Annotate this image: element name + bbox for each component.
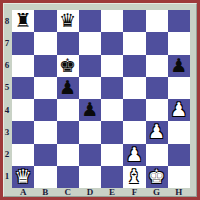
- chess-diagram: 87654321 ♜♛♚♟♟♟♟♟♟♛♝♚ ABCDEFGH: [0, 0, 200, 200]
- square-c2[interactable]: [57, 144, 79, 166]
- rank-label-7: 7: [2, 32, 12, 54]
- square-h2[interactable]: [168, 144, 190, 166]
- square-f7[interactable]: [123, 32, 145, 54]
- square-g7[interactable]: [146, 32, 168, 54]
- white-pawn-piece: ♟: [170, 98, 187, 120]
- rank-label-1: 1: [2, 166, 12, 188]
- rank-label-6: 6: [2, 55, 12, 77]
- square-b7[interactable]: [34, 32, 56, 54]
- white-queen-piece: ♛: [15, 165, 32, 187]
- square-f2[interactable]: ♟: [123, 144, 145, 166]
- square-f4[interactable]: [123, 99, 145, 121]
- square-d3[interactable]: [79, 121, 101, 143]
- chess-board: ♜♛♚♟♟♟♟♟♟♛♝♚: [12, 10, 190, 188]
- square-d2[interactable]: [79, 144, 101, 166]
- square-e3[interactable]: [101, 121, 123, 143]
- square-h4[interactable]: ♟: [168, 99, 190, 121]
- square-d7[interactable]: [79, 32, 101, 54]
- rank-labels: 87654321: [2, 10, 12, 188]
- white-pawn-piece: ♟: [148, 120, 165, 142]
- white-bishop-piece: ♝: [126, 165, 143, 187]
- file-label-f: F: [123, 188, 145, 197]
- square-h5[interactable]: [168, 77, 190, 99]
- square-h8[interactable]: [168, 10, 190, 32]
- square-b2[interactable]: [34, 144, 56, 166]
- square-e7[interactable]: [101, 32, 123, 54]
- black-queen-piece: ♛: [59, 9, 76, 31]
- square-g4[interactable]: [146, 99, 168, 121]
- file-label-d: D: [79, 188, 101, 197]
- square-c4[interactable]: [57, 99, 79, 121]
- white-king-piece: ♚: [148, 165, 165, 187]
- square-e8[interactable]: [101, 10, 123, 32]
- square-c5[interactable]: ♟: [57, 77, 79, 99]
- square-c1[interactable]: [57, 166, 79, 188]
- square-b5[interactable]: [34, 77, 56, 99]
- square-e5[interactable]: [101, 77, 123, 99]
- square-e2[interactable]: [101, 144, 123, 166]
- square-g1[interactable]: ♚: [146, 166, 168, 188]
- square-h6[interactable]: ♟: [168, 55, 190, 77]
- rank-label-3: 3: [2, 121, 12, 143]
- square-a4[interactable]: [12, 99, 34, 121]
- black-rook-piece: ♜: [15, 9, 32, 31]
- square-h1[interactable]: [168, 166, 190, 188]
- square-f5[interactable]: [123, 77, 145, 99]
- square-a8[interactable]: ♜: [12, 10, 34, 32]
- square-c6[interactable]: ♚: [57, 55, 79, 77]
- square-g8[interactable]: [146, 10, 168, 32]
- rank-label-4: 4: [2, 99, 12, 121]
- square-d8[interactable]: [79, 10, 101, 32]
- square-a7[interactable]: [12, 32, 34, 54]
- square-d4[interactable]: ♟: [79, 99, 101, 121]
- white-pawn-piece: ♟: [126, 143, 143, 165]
- square-c7[interactable]: [57, 32, 79, 54]
- square-f6[interactable]: [123, 55, 145, 77]
- file-label-b: B: [34, 188, 56, 197]
- square-a1[interactable]: ♛: [12, 166, 34, 188]
- square-f3[interactable]: [123, 121, 145, 143]
- square-g2[interactable]: [146, 144, 168, 166]
- black-pawn-piece: ♟: [170, 54, 187, 76]
- square-g6[interactable]: [146, 55, 168, 77]
- square-e6[interactable]: [101, 55, 123, 77]
- square-a5[interactable]: [12, 77, 34, 99]
- square-b8[interactable]: [34, 10, 56, 32]
- rank-label-5: 5: [2, 77, 12, 99]
- square-e1[interactable]: [101, 166, 123, 188]
- rank-label-2: 2: [2, 144, 12, 166]
- black-pawn-piece: ♟: [59, 76, 76, 98]
- square-d1[interactable]: [79, 166, 101, 188]
- file-label-e: E: [101, 188, 123, 197]
- square-a6[interactable]: [12, 55, 34, 77]
- square-b6[interactable]: [34, 55, 56, 77]
- black-pawn-piece: ♟: [81, 98, 98, 120]
- square-f8[interactable]: [123, 10, 145, 32]
- square-d5[interactable]: [79, 77, 101, 99]
- file-label-h: H: [168, 188, 190, 197]
- square-b1[interactable]: [34, 166, 56, 188]
- square-c8[interactable]: ♛: [57, 10, 79, 32]
- file-label-c: C: [57, 188, 79, 197]
- square-g5[interactable]: [146, 77, 168, 99]
- square-a3[interactable]: [12, 121, 34, 143]
- black-king-piece: ♚: [59, 54, 76, 76]
- square-b4[interactable]: [34, 99, 56, 121]
- file-label-a: A: [12, 188, 34, 197]
- square-f1[interactable]: ♝: [123, 166, 145, 188]
- rank-label-8: 8: [2, 10, 12, 32]
- square-g3[interactable]: ♟: [146, 121, 168, 143]
- file-labels: ABCDEFGH: [12, 188, 190, 197]
- square-e4[interactable]: [101, 99, 123, 121]
- square-c3[interactable]: [57, 121, 79, 143]
- square-h7[interactable]: [168, 32, 190, 54]
- file-label-g: G: [146, 188, 168, 197]
- square-d6[interactable]: [79, 55, 101, 77]
- square-a2[interactable]: [12, 144, 34, 166]
- square-b3[interactable]: [34, 121, 56, 143]
- square-h3[interactable]: [168, 121, 190, 143]
